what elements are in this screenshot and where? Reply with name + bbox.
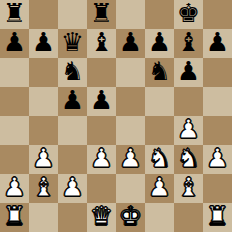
square-d7[interactable]: ♝ [87, 29, 116, 58]
white-pawn: ♟ [119, 144, 142, 173]
square-a6[interactable] [0, 58, 29, 87]
black-pawn: ♟ [177, 57, 200, 86]
square-b1[interactable] [29, 203, 58, 232]
square-f8[interactable] [145, 0, 174, 29]
square-g3[interactable]: ♞ [174, 145, 203, 174]
black-pawn: ♟ [206, 28, 229, 57]
square-f3[interactable]: ♞ [145, 145, 174, 174]
square-g2[interactable]: ♝ [174, 174, 203, 203]
white-pawn: ♟ [3, 173, 26, 202]
square-h1[interactable]: ♜ [203, 203, 232, 232]
square-d2[interactable] [87, 174, 116, 203]
black-queen: ♛ [61, 28, 84, 57]
square-d4[interactable] [87, 116, 116, 145]
square-a4[interactable] [0, 116, 29, 145]
black-bishop: ♝ [177, 28, 200, 57]
square-b8[interactable] [29, 0, 58, 29]
square-c3[interactable] [58, 145, 87, 174]
white-pawn: ♟ [206, 144, 229, 173]
square-h3[interactable]: ♟ [203, 145, 232, 174]
square-h2[interactable] [203, 174, 232, 203]
square-f5[interactable] [145, 87, 174, 116]
square-g7[interactable]: ♝ [174, 29, 203, 58]
square-e1[interactable]: ♚ [116, 203, 145, 232]
square-b3[interactable]: ♟ [29, 145, 58, 174]
white-pawn: ♟ [32, 144, 55, 173]
square-c4[interactable] [58, 116, 87, 145]
square-c2[interactable]: ♟ [58, 174, 87, 203]
square-a7[interactable]: ♟ [0, 29, 29, 58]
square-c8[interactable] [58, 0, 87, 29]
square-h7[interactable]: ♟ [203, 29, 232, 58]
square-g6[interactable]: ♟ [174, 58, 203, 87]
white-pawn: ♟ [61, 173, 84, 202]
square-d3[interactable]: ♟ [87, 145, 116, 174]
black-knight: ♞ [148, 57, 171, 86]
white-rook: ♜ [206, 202, 229, 231]
square-e6[interactable] [116, 58, 145, 87]
square-d6[interactable] [87, 58, 116, 87]
square-f7[interactable]: ♟ [145, 29, 174, 58]
square-e2[interactable] [116, 174, 145, 203]
square-c6[interactable]: ♞ [58, 58, 87, 87]
black-rook: ♜ [90, 0, 113, 28]
square-e3[interactable]: ♟ [116, 145, 145, 174]
square-e5[interactable] [116, 87, 145, 116]
square-h8[interactable] [203, 0, 232, 29]
square-f4[interactable] [145, 116, 174, 145]
white-pawn: ♟ [177, 115, 200, 144]
black-pawn: ♟ [90, 86, 113, 115]
black-king: ♚ [177, 0, 200, 28]
square-a5[interactable] [0, 87, 29, 116]
white-queen: ♛ [90, 202, 113, 231]
white-bishop: ♝ [32, 173, 55, 202]
square-e7[interactable]: ♟ [116, 29, 145, 58]
black-rook: ♜ [3, 0, 26, 28]
chess-board: ♜♜♚♟♟♛♝♟♟♝♟♞♞♟♟♟♟♟♟♟♞♞♟♟♝♟♟♝♜♛♚♜ [0, 0, 232, 232]
white-bishop: ♝ [177, 173, 200, 202]
white-knight: ♞ [148, 144, 171, 173]
square-h4[interactable] [203, 116, 232, 145]
square-c5[interactable]: ♟ [58, 87, 87, 116]
square-d8[interactable]: ♜ [87, 0, 116, 29]
white-king: ♚ [119, 202, 142, 231]
square-a8[interactable]: ♜ [0, 0, 29, 29]
black-pawn: ♟ [3, 28, 26, 57]
square-b4[interactable] [29, 116, 58, 145]
square-g4[interactable]: ♟ [174, 116, 203, 145]
black-pawn: ♟ [61, 86, 84, 115]
square-a2[interactable]: ♟ [0, 174, 29, 203]
black-pawn: ♟ [119, 28, 142, 57]
black-bishop: ♝ [90, 28, 113, 57]
black-pawn: ♟ [32, 28, 55, 57]
square-f2[interactable]: ♟ [145, 174, 174, 203]
square-b6[interactable] [29, 58, 58, 87]
white-knight: ♞ [177, 144, 200, 173]
square-b7[interactable]: ♟ [29, 29, 58, 58]
black-knight: ♞ [61, 57, 84, 86]
square-e8[interactable] [116, 0, 145, 29]
square-g1[interactable] [174, 203, 203, 232]
square-c7[interactable]: ♛ [58, 29, 87, 58]
square-a3[interactable] [0, 145, 29, 174]
square-b5[interactable] [29, 87, 58, 116]
white-pawn: ♟ [148, 173, 171, 202]
square-g8[interactable]: ♚ [174, 0, 203, 29]
white-rook: ♜ [3, 202, 26, 231]
square-a1[interactable]: ♜ [0, 203, 29, 232]
square-b2[interactable]: ♝ [29, 174, 58, 203]
square-f6[interactable]: ♞ [145, 58, 174, 87]
square-f1[interactable] [145, 203, 174, 232]
black-pawn: ♟ [148, 28, 171, 57]
square-g5[interactable] [174, 87, 203, 116]
square-d5[interactable]: ♟ [87, 87, 116, 116]
white-pawn: ♟ [90, 144, 113, 173]
square-d1[interactable]: ♛ [87, 203, 116, 232]
square-h5[interactable] [203, 87, 232, 116]
square-c1[interactable] [58, 203, 87, 232]
square-e4[interactable] [116, 116, 145, 145]
square-h6[interactable] [203, 58, 232, 87]
